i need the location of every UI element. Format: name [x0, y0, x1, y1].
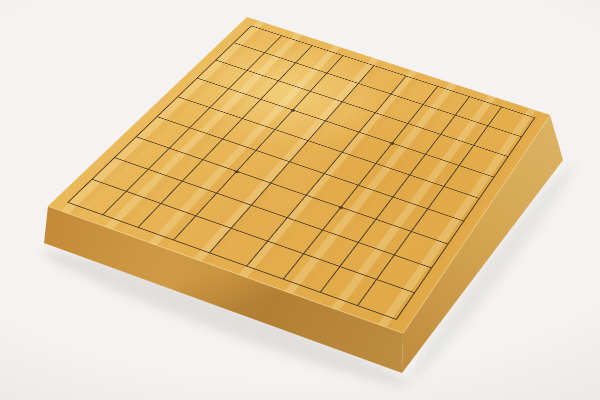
photo-viewport	[0, 0, 600, 400]
board-scene	[0, 0, 600, 400]
